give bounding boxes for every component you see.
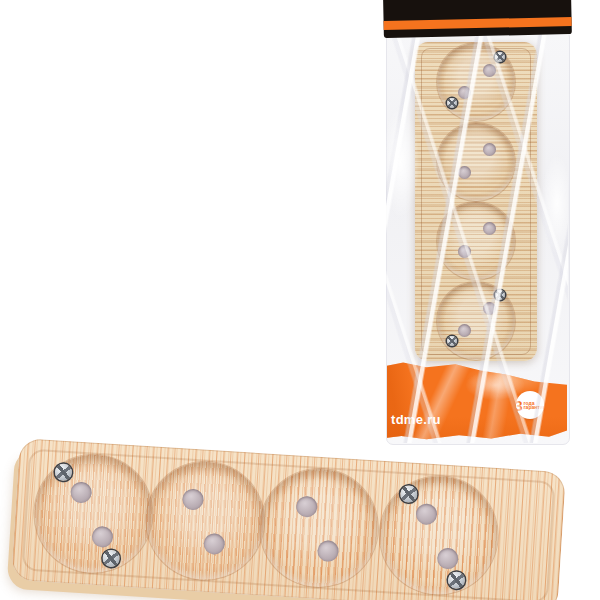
screw-icon [447,572,465,590]
screw-icon [495,290,505,300]
socket-recess [437,202,515,280]
socket-recess [437,43,515,121]
pin-hole [458,86,471,99]
loose-socket-block-wrap [11,438,566,600]
pin-hole [458,166,471,179]
pin-hole [437,547,459,569]
screw-icon [495,52,505,62]
socket-recess [143,458,268,583]
loose-socket-block [11,438,566,600]
pin-hole [182,489,204,511]
pin-hole [483,143,496,156]
screw-icon [447,336,457,346]
packaged-socket-block [415,42,537,361]
screw-icon [399,485,417,503]
pin-hole [483,64,496,77]
socket-recess [376,473,501,598]
warranty-badge: 3 года гарантии [516,391,544,419]
product-photo: tdme.ru 3 года гарантии [0,0,600,600]
screw-icon [54,463,72,481]
screw-icon [102,550,120,568]
header-orange-stripe [384,17,572,30]
pin-hole [91,526,113,548]
pin-hole [483,222,496,235]
brand-text: tdme.ru [391,412,441,427]
socket-recess [31,451,156,576]
pin-hole [416,503,438,525]
pin-hole [317,540,339,562]
screw-icon [447,98,457,108]
socket-recess [256,465,381,590]
socket-recess [437,282,515,360]
pin-hole [458,324,471,337]
pin-hole [483,302,496,315]
pin-hole [203,533,225,555]
pin-hole [458,245,471,258]
pin-hole [70,482,92,504]
warranty-label: года гарантии [524,401,546,409]
package-header-card [383,0,572,38]
pin-hole [296,496,318,518]
warranty-years: 3 [514,398,522,413]
socket-recess [437,123,515,201]
